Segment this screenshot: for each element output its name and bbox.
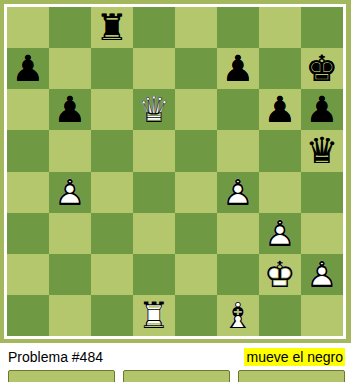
square-f3[interactable]: [217, 213, 259, 254]
square-e8[interactable]: [175, 7, 217, 48]
square-h8[interactable]: [301, 7, 343, 48]
rook-glyph-outline: ♖: [91, 7, 133, 48]
square-f6[interactable]: [217, 89, 259, 130]
square-e2[interactable]: [175, 254, 217, 295]
square-c3[interactable]: [91, 213, 133, 254]
pawn-glyph-outline: ♙: [7, 48, 49, 89]
square-c4[interactable]: [91, 172, 133, 213]
square-c5[interactable]: [91, 130, 133, 171]
piece-black-pawn[interactable]: ♟♙: [7, 48, 49, 89]
square-d5[interactable]: [133, 130, 175, 171]
square-a2[interactable]: [7, 254, 49, 295]
square-e1[interactable]: [175, 295, 217, 336]
piece-white-bishop[interactable]: ♝♗: [217, 295, 259, 336]
piece-white-king[interactable]: ♚♔: [259, 254, 301, 295]
square-h7[interactable]: ♚♔: [301, 48, 343, 89]
square-c7[interactable]: [91, 48, 133, 89]
square-g8[interactable]: [259, 7, 301, 48]
square-e5[interactable]: [175, 130, 217, 171]
action-button-1[interactable]: [8, 370, 115, 382]
pawn-glyph-outline: ♙: [49, 172, 91, 213]
square-a3[interactable]: [7, 213, 49, 254]
square-d1[interactable]: ♜♖: [133, 295, 175, 336]
square-b6[interactable]: ♟♙: [49, 89, 91, 130]
square-a7[interactable]: ♟♙: [7, 48, 49, 89]
square-e4[interactable]: [175, 172, 217, 213]
square-g1[interactable]: [259, 295, 301, 336]
pawn-glyph-outline: ♙: [301, 254, 343, 295]
action-button-2[interactable]: [123, 370, 230, 382]
piece-white-rook[interactable]: ♜♖: [133, 295, 175, 336]
square-a5[interactable]: [7, 130, 49, 171]
square-f7[interactable]: ♟♙: [217, 48, 259, 89]
square-g5[interactable]: [259, 130, 301, 171]
square-d3[interactable]: [133, 213, 175, 254]
piece-black-king[interactable]: ♚♔: [301, 48, 343, 89]
square-g6[interactable]: ♟♙: [259, 89, 301, 130]
square-h3[interactable]: [301, 213, 343, 254]
pawn-glyph-outline: ♙: [301, 89, 343, 130]
square-d6[interactable]: ♛♕: [133, 89, 175, 130]
square-b1[interactable]: [49, 295, 91, 336]
square-g4[interactable]: [259, 172, 301, 213]
square-b7[interactable]: [49, 48, 91, 89]
square-c1[interactable]: [91, 295, 133, 336]
square-h6[interactable]: ♟♙: [301, 89, 343, 130]
chess-problem-app: ♜♖♟♙♟♙♚♔♟♙♛♕♟♙♟♙♛♕♟♙♟♙♟♙♚♔♟♙♜♖♝♗ Problem…: [0, 0, 351, 382]
pawn-glyph-outline: ♙: [259, 213, 301, 254]
square-f5[interactable]: [217, 130, 259, 171]
pawn-glyph-outline: ♙: [217, 48, 259, 89]
square-h5[interactable]: ♛♕: [301, 130, 343, 171]
pawn-glyph-outline: ♙: [217, 172, 259, 213]
piece-white-queen[interactable]: ♛♕: [133, 89, 175, 130]
square-b3[interactable]: [49, 213, 91, 254]
square-b4[interactable]: ♟♙: [49, 172, 91, 213]
square-b5[interactable]: [49, 130, 91, 171]
square-a6[interactable]: [7, 89, 49, 130]
piece-black-rook[interactable]: ♜♖: [91, 7, 133, 48]
square-a1[interactable]: [7, 295, 49, 336]
queen-glyph-outline: ♕: [133, 89, 175, 130]
king-glyph-outline: ♔: [259, 254, 301, 295]
action-buttons-row: [0, 370, 351, 382]
square-e7[interactable]: [175, 48, 217, 89]
turn-indicator-badge: mueve el negro: [244, 348, 345, 366]
problem-number-label: Problema #484: [8, 349, 103, 365]
square-c8[interactable]: ♜♖: [91, 7, 133, 48]
square-c6[interactable]: [91, 89, 133, 130]
square-d2[interactable]: [133, 254, 175, 295]
square-g2[interactable]: ♚♔: [259, 254, 301, 295]
action-button-3[interactable]: [238, 370, 345, 382]
piece-black-queen[interactable]: ♛♕: [301, 130, 343, 171]
board-frame: ♜♖♟♙♟♙♚♔♟♙♛♕♟♙♟♙♛♕♟♙♟♙♟♙♚♔♟♙♜♖♝♗: [0, 0, 351, 343]
piece-black-pawn[interactable]: ♟♙: [259, 89, 301, 130]
square-a8[interactable]: [7, 7, 49, 48]
square-d8[interactable]: [133, 7, 175, 48]
square-g7[interactable]: [259, 48, 301, 89]
piece-white-pawn[interactable]: ♟♙: [301, 254, 343, 295]
piece-black-pawn[interactable]: ♟♙: [301, 89, 343, 130]
square-e6[interactable]: [175, 89, 217, 130]
square-f1[interactable]: ♝♗: [217, 295, 259, 336]
square-d4[interactable]: [133, 172, 175, 213]
square-h4[interactable]: [301, 172, 343, 213]
status-bar: Problema #484 mueve el negro: [0, 343, 351, 370]
square-f2[interactable]: [217, 254, 259, 295]
chess-board: ♜♖♟♙♟♙♚♔♟♙♛♕♟♙♟♙♛♕♟♙♟♙♟♙♚♔♟♙♜♖♝♗: [7, 7, 343, 336]
piece-white-pawn[interactable]: ♟♙: [49, 172, 91, 213]
board-inner-border: ♜♖♟♙♟♙♚♔♟♙♛♕♟♙♟♙♛♕♟♙♟♙♟♙♚♔♟♙♜♖♝♗: [4, 4, 346, 339]
square-h2[interactable]: ♟♙: [301, 254, 343, 295]
piece-black-pawn[interactable]: ♟♙: [217, 48, 259, 89]
square-b8[interactable]: [49, 7, 91, 48]
square-f4[interactable]: ♟♙: [217, 172, 259, 213]
square-f8[interactable]: [217, 7, 259, 48]
piece-black-pawn[interactable]: ♟♙: [49, 89, 91, 130]
piece-white-pawn[interactable]: ♟♙: [217, 172, 259, 213]
square-c2[interactable]: [91, 254, 133, 295]
square-e3[interactable]: [175, 213, 217, 254]
pawn-glyph-outline: ♙: [49, 89, 91, 130]
square-d7[interactable]: [133, 48, 175, 89]
queen-glyph-outline: ♕: [301, 130, 343, 171]
square-h1[interactable]: [301, 295, 343, 336]
square-g3[interactable]: ♟♙: [259, 213, 301, 254]
square-a4[interactable]: [7, 172, 49, 213]
square-b2[interactable]: [49, 254, 91, 295]
bishop-glyph-outline: ♗: [217, 295, 259, 336]
king-glyph-outline: ♔: [301, 48, 343, 89]
rook-glyph-outline: ♖: [133, 295, 175, 336]
pawn-glyph-outline: ♙: [259, 89, 301, 130]
piece-white-pawn[interactable]: ♟♙: [259, 213, 301, 254]
